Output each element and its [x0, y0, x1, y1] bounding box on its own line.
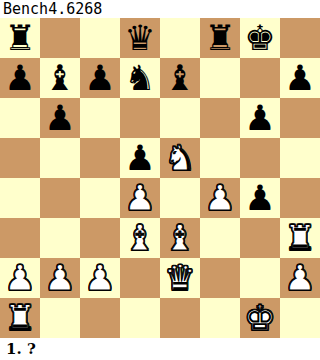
white-pawn-piece: ♟ [284, 258, 315, 298]
square-f4[interactable]: ♟ [200, 178, 240, 218]
square-c7[interactable]: ♟ [80, 58, 120, 98]
square-g1[interactable]: ♚ [240, 298, 280, 338]
square-b2[interactable]: ♟ [40, 258, 80, 298]
square-b5[interactable] [40, 138, 80, 178]
square-d6[interactable] [120, 98, 160, 138]
square-e8[interactable] [160, 18, 200, 58]
square-h4[interactable] [280, 178, 320, 218]
square-b1[interactable] [40, 298, 80, 338]
white-pawn-piece: ♟ [44, 258, 75, 298]
square-c5[interactable] [80, 138, 120, 178]
chess-board: ♜♛♜♚♟♝♟♞♝♟♟♟♟♞♟♟♟♝♝♜♟♟♟♛♟♜♚ [0, 18, 320, 338]
square-e1[interactable] [160, 298, 200, 338]
square-b7[interactable]: ♝ [40, 58, 80, 98]
square-g5[interactable] [240, 138, 280, 178]
chess-app-window: Bench4.6268 ♜♛♜♚♟♝♟♞♝♟♟♟♟♞♟♟♟♝♝♜♟♟♟♛♟♜♚ … [0, 0, 320, 360]
square-e2[interactable]: ♛ [160, 258, 200, 298]
square-f8[interactable]: ♜ [200, 18, 240, 58]
square-d2[interactable] [120, 258, 160, 298]
black-pawn-piece: ♟ [244, 98, 275, 138]
black-pawn-piece: ♟ [4, 58, 35, 98]
square-a6[interactable] [0, 98, 40, 138]
square-f6[interactable] [200, 98, 240, 138]
white-pawn-piece: ♟ [204, 178, 235, 218]
square-f5[interactable] [200, 138, 240, 178]
white-bishop-piece: ♝ [164, 218, 195, 258]
square-d4[interactable]: ♟ [120, 178, 160, 218]
square-b4[interactable] [40, 178, 80, 218]
square-a2[interactable]: ♟ [0, 258, 40, 298]
square-f7[interactable] [200, 58, 240, 98]
square-a4[interactable] [0, 178, 40, 218]
black-rook-piece: ♜ [4, 18, 35, 58]
white-pawn-piece: ♟ [4, 258, 35, 298]
square-b6[interactable]: ♟ [40, 98, 80, 138]
black-king-piece: ♚ [244, 18, 275, 58]
square-a5[interactable] [0, 138, 40, 178]
page-title: Bench4.6268 [0, 0, 320, 18]
square-e7[interactable]: ♝ [160, 58, 200, 98]
square-f2[interactable] [200, 258, 240, 298]
square-h1[interactable] [280, 298, 320, 338]
square-c4[interactable] [80, 178, 120, 218]
square-a1[interactable]: ♜ [0, 298, 40, 338]
square-b3[interactable] [40, 218, 80, 258]
white-queen-piece: ♛ [164, 258, 195, 298]
square-g6[interactable]: ♟ [240, 98, 280, 138]
square-g3[interactable] [240, 218, 280, 258]
square-f3[interactable] [200, 218, 240, 258]
square-g7[interactable] [240, 58, 280, 98]
black-pawn-piece: ♟ [244, 178, 275, 218]
square-h3[interactable]: ♜ [280, 218, 320, 258]
square-c8[interactable] [80, 18, 120, 58]
black-pawn-piece: ♟ [124, 138, 155, 178]
square-c2[interactable]: ♟ [80, 258, 120, 298]
black-queen-piece: ♛ [124, 18, 155, 58]
white-rook-piece: ♜ [4, 298, 35, 338]
square-e4[interactable] [160, 178, 200, 218]
square-b8[interactable] [40, 18, 80, 58]
white-pawn-piece: ♟ [84, 258, 115, 298]
white-knight-piece: ♞ [164, 138, 195, 178]
square-h6[interactable] [280, 98, 320, 138]
square-g2[interactable] [240, 258, 280, 298]
black-rook-piece: ♜ [204, 18, 235, 58]
black-knight-piece: ♞ [124, 58, 155, 98]
white-rook-piece: ♜ [284, 218, 315, 258]
square-d7[interactable]: ♞ [120, 58, 160, 98]
square-a3[interactable] [0, 218, 40, 258]
square-d8[interactable]: ♛ [120, 18, 160, 58]
square-h2[interactable]: ♟ [280, 258, 320, 298]
black-pawn-piece: ♟ [284, 58, 315, 98]
square-e6[interactable] [160, 98, 200, 138]
square-c1[interactable] [80, 298, 120, 338]
square-a7[interactable]: ♟ [0, 58, 40, 98]
white-bishop-piece: ♝ [124, 218, 155, 258]
square-d1[interactable] [120, 298, 160, 338]
square-h8[interactable] [280, 18, 320, 58]
square-d5[interactable]: ♟ [120, 138, 160, 178]
white-pawn-piece: ♟ [124, 178, 155, 218]
square-c3[interactable] [80, 218, 120, 258]
move-prompt: 1. ? [0, 338, 320, 360]
square-e5[interactable]: ♞ [160, 138, 200, 178]
square-h7[interactable]: ♟ [280, 58, 320, 98]
square-d3[interactable]: ♝ [120, 218, 160, 258]
square-c6[interactable] [80, 98, 120, 138]
black-bishop-piece: ♝ [44, 58, 75, 98]
square-g4[interactable]: ♟ [240, 178, 280, 218]
white-king-piece: ♚ [244, 298, 275, 338]
square-g8[interactable]: ♚ [240, 18, 280, 58]
black-pawn-piece: ♟ [84, 58, 115, 98]
square-f1[interactable] [200, 298, 240, 338]
black-bishop-piece: ♝ [164, 58, 195, 98]
square-a8[interactable]: ♜ [0, 18, 40, 58]
square-h5[interactable] [280, 138, 320, 178]
square-e3[interactable]: ♝ [160, 218, 200, 258]
black-pawn-piece: ♟ [44, 98, 75, 138]
